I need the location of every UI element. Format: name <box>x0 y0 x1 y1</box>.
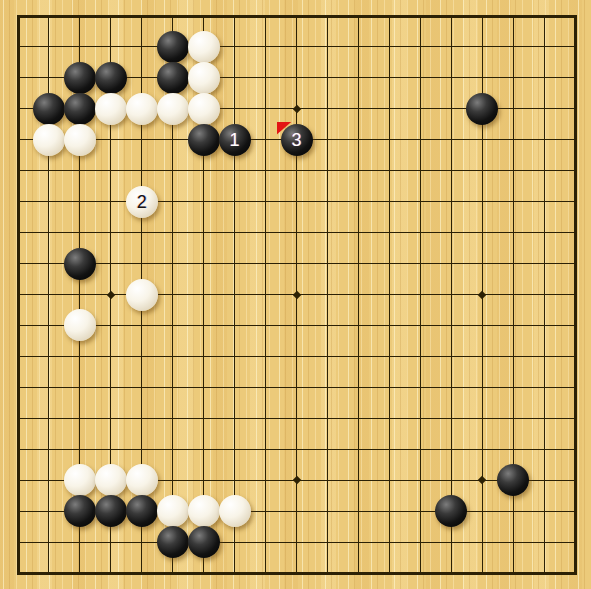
white-stone <box>126 93 158 125</box>
white-stone <box>188 93 220 125</box>
black-stone <box>157 526 189 558</box>
white-stone <box>188 31 220 63</box>
white-stone <box>126 279 158 311</box>
black-stone <box>64 93 96 125</box>
white-stone <box>219 495 251 527</box>
black-stone <box>64 248 96 280</box>
white-stone <box>157 93 189 125</box>
black-stone <box>435 495 467 527</box>
move-number: 1 <box>230 131 240 149</box>
black-stone <box>157 31 189 63</box>
black-stone <box>64 62 96 94</box>
white-stone <box>188 495 220 527</box>
go-board[interactable]: 132 <box>0 0 591 589</box>
white-stone <box>64 309 96 341</box>
white-stone <box>188 62 220 94</box>
black-stone <box>64 495 96 527</box>
move-number: 2 <box>137 193 147 211</box>
black-stone <box>95 495 127 527</box>
white-stone <box>126 464 158 496</box>
black-stone <box>497 464 529 496</box>
white-stone <box>95 464 127 496</box>
white-stone <box>64 124 96 156</box>
white-stone <box>64 464 96 496</box>
black-stone <box>157 62 189 94</box>
black-stone: 1 <box>219 124 251 156</box>
black-stone <box>126 495 158 527</box>
black-stone <box>188 124 220 156</box>
move-number: 3 <box>291 131 301 149</box>
black-stone <box>33 93 65 125</box>
white-stone <box>95 93 127 125</box>
white-stone: 2 <box>126 186 158 218</box>
white-stone <box>33 124 65 156</box>
black-stone <box>95 62 127 94</box>
black-stone: 3 <box>281 124 313 156</box>
white-stone <box>157 495 189 527</box>
black-stone <box>466 93 498 125</box>
black-stone <box>188 526 220 558</box>
